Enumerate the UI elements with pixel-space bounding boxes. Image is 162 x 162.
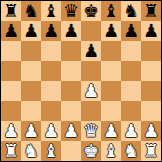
square-h8[interactable]: ♜ [141, 1, 161, 21]
square-b7[interactable]: ♟ [21, 21, 41, 41]
square-a6[interactable] [1, 41, 21, 61]
square-a3[interactable] [1, 101, 21, 121]
chess-board-container: ♜♞♝♛♚♝♞♜♟♟♟♟♟♟♟♟♟♟♟♟♟♛♟♟♟♜♞♝♚♝♞♜ [0, 0, 162, 162]
square-d8[interactable]: ♛ [61, 1, 81, 21]
piece-white-pawn: ♟ [63, 121, 79, 141]
square-f4[interactable] [101, 81, 121, 101]
square-e4[interactable]: ♟ [81, 81, 101, 101]
square-h2[interactable]: ♟ [141, 121, 161, 141]
square-g7[interactable]: ♟ [121, 21, 141, 41]
piece-white-rook: ♜ [143, 141, 159, 161]
square-h3[interactable] [141, 101, 161, 121]
piece-white-pawn: ♟ [103, 121, 119, 141]
square-e2[interactable]: ♛ [81, 121, 101, 141]
piece-white-knight: ♞ [23, 141, 39, 161]
square-f6[interactable] [101, 41, 121, 61]
piece-black-pawn: ♟ [123, 21, 139, 41]
square-c4[interactable] [41, 81, 61, 101]
square-d3[interactable] [61, 101, 81, 121]
piece-black-pawn: ♟ [143, 21, 159, 41]
piece-white-pawn: ♟ [123, 121, 139, 141]
square-g6[interactable] [121, 41, 141, 61]
square-d4[interactable] [61, 81, 81, 101]
square-d5[interactable] [61, 61, 81, 81]
piece-white-pawn: ♟ [43, 121, 59, 141]
square-e5[interactable] [81, 61, 101, 81]
square-g8[interactable]: ♞ [121, 1, 141, 21]
piece-white-bishop: ♝ [43, 141, 59, 161]
square-h1[interactable]: ♜ [141, 141, 161, 161]
square-h4[interactable] [141, 81, 161, 101]
piece-black-rook: ♜ [3, 1, 19, 21]
square-d1[interactable] [61, 141, 81, 161]
square-c1[interactable]: ♝ [41, 141, 61, 161]
piece-black-pawn: ♟ [63, 21, 79, 41]
piece-black-knight: ♞ [23, 1, 39, 21]
square-a1[interactable]: ♜ [1, 141, 21, 161]
piece-black-pawn: ♟ [43, 21, 59, 41]
square-b3[interactable] [21, 101, 41, 121]
piece-black-pawn: ♟ [83, 41, 99, 61]
square-g5[interactable] [121, 61, 141, 81]
square-b4[interactable] [21, 81, 41, 101]
chess-board: ♜♞♝♛♚♝♞♜♟♟♟♟♟♟♟♟♟♟♟♟♟♛♟♟♟♜♞♝♚♝♞♜ [0, 0, 162, 162]
square-d6[interactable] [61, 41, 81, 61]
piece-white-bishop: ♝ [103, 141, 119, 161]
square-h7[interactable]: ♟ [141, 21, 161, 41]
square-e3[interactable] [81, 101, 101, 121]
square-f8[interactable]: ♝ [101, 1, 121, 21]
square-a7[interactable]: ♟ [1, 21, 21, 41]
square-a8[interactable]: ♜ [1, 1, 21, 21]
square-c5[interactable] [41, 61, 61, 81]
piece-black-pawn: ♟ [103, 21, 119, 41]
square-g2[interactable]: ♟ [121, 121, 141, 141]
square-b2[interactable]: ♟ [21, 121, 41, 141]
square-f7[interactable]: ♟ [101, 21, 121, 41]
square-h6[interactable] [141, 41, 161, 61]
square-b5[interactable] [21, 61, 41, 81]
piece-white-pawn: ♟ [83, 81, 99, 101]
piece-white-pawn: ♟ [143, 121, 159, 141]
square-c3[interactable] [41, 101, 61, 121]
piece-white-pawn: ♟ [3, 121, 19, 141]
square-a4[interactable] [1, 81, 21, 101]
piece-white-queen: ♛ [83, 121, 99, 141]
piece-white-rook: ♜ [3, 141, 19, 161]
piece-white-pawn: ♟ [23, 121, 39, 141]
square-e1[interactable]: ♚ [81, 141, 101, 161]
piece-black-rook: ♜ [143, 1, 159, 21]
piece-black-pawn: ♟ [23, 21, 39, 41]
square-f3[interactable] [101, 101, 121, 121]
piece-black-pawn: ♟ [3, 21, 19, 41]
square-a5[interactable] [1, 61, 21, 81]
square-c2[interactable]: ♟ [41, 121, 61, 141]
square-e6[interactable]: ♟ [81, 41, 101, 61]
piece-black-king: ♚ [83, 1, 99, 21]
square-b1[interactable]: ♞ [21, 141, 41, 161]
square-h5[interactable] [141, 61, 161, 81]
piece-black-bishop: ♝ [43, 1, 59, 21]
square-d2[interactable]: ♟ [61, 121, 81, 141]
square-a2[interactable]: ♟ [1, 121, 21, 141]
square-c6[interactable] [41, 41, 61, 61]
square-e8[interactable]: ♚ [81, 1, 101, 21]
piece-black-queen: ♛ [63, 1, 79, 21]
piece-black-bishop: ♝ [103, 1, 119, 21]
square-g3[interactable] [121, 101, 141, 121]
piece-white-king: ♚ [83, 141, 99, 161]
square-f1[interactable]: ♝ [101, 141, 121, 161]
square-g4[interactable] [121, 81, 141, 101]
square-f5[interactable] [101, 61, 121, 81]
square-d7[interactable]: ♟ [61, 21, 81, 41]
square-e7[interactable] [81, 21, 101, 41]
square-b8[interactable]: ♞ [21, 1, 41, 21]
square-g1[interactable]: ♞ [121, 141, 141, 161]
square-c8[interactable]: ♝ [41, 1, 61, 21]
square-b6[interactable] [21, 41, 41, 61]
piece-black-knight: ♞ [123, 1, 139, 21]
piece-white-knight: ♞ [123, 141, 139, 161]
square-f2[interactable]: ♟ [101, 121, 121, 141]
square-c7[interactable]: ♟ [41, 21, 61, 41]
